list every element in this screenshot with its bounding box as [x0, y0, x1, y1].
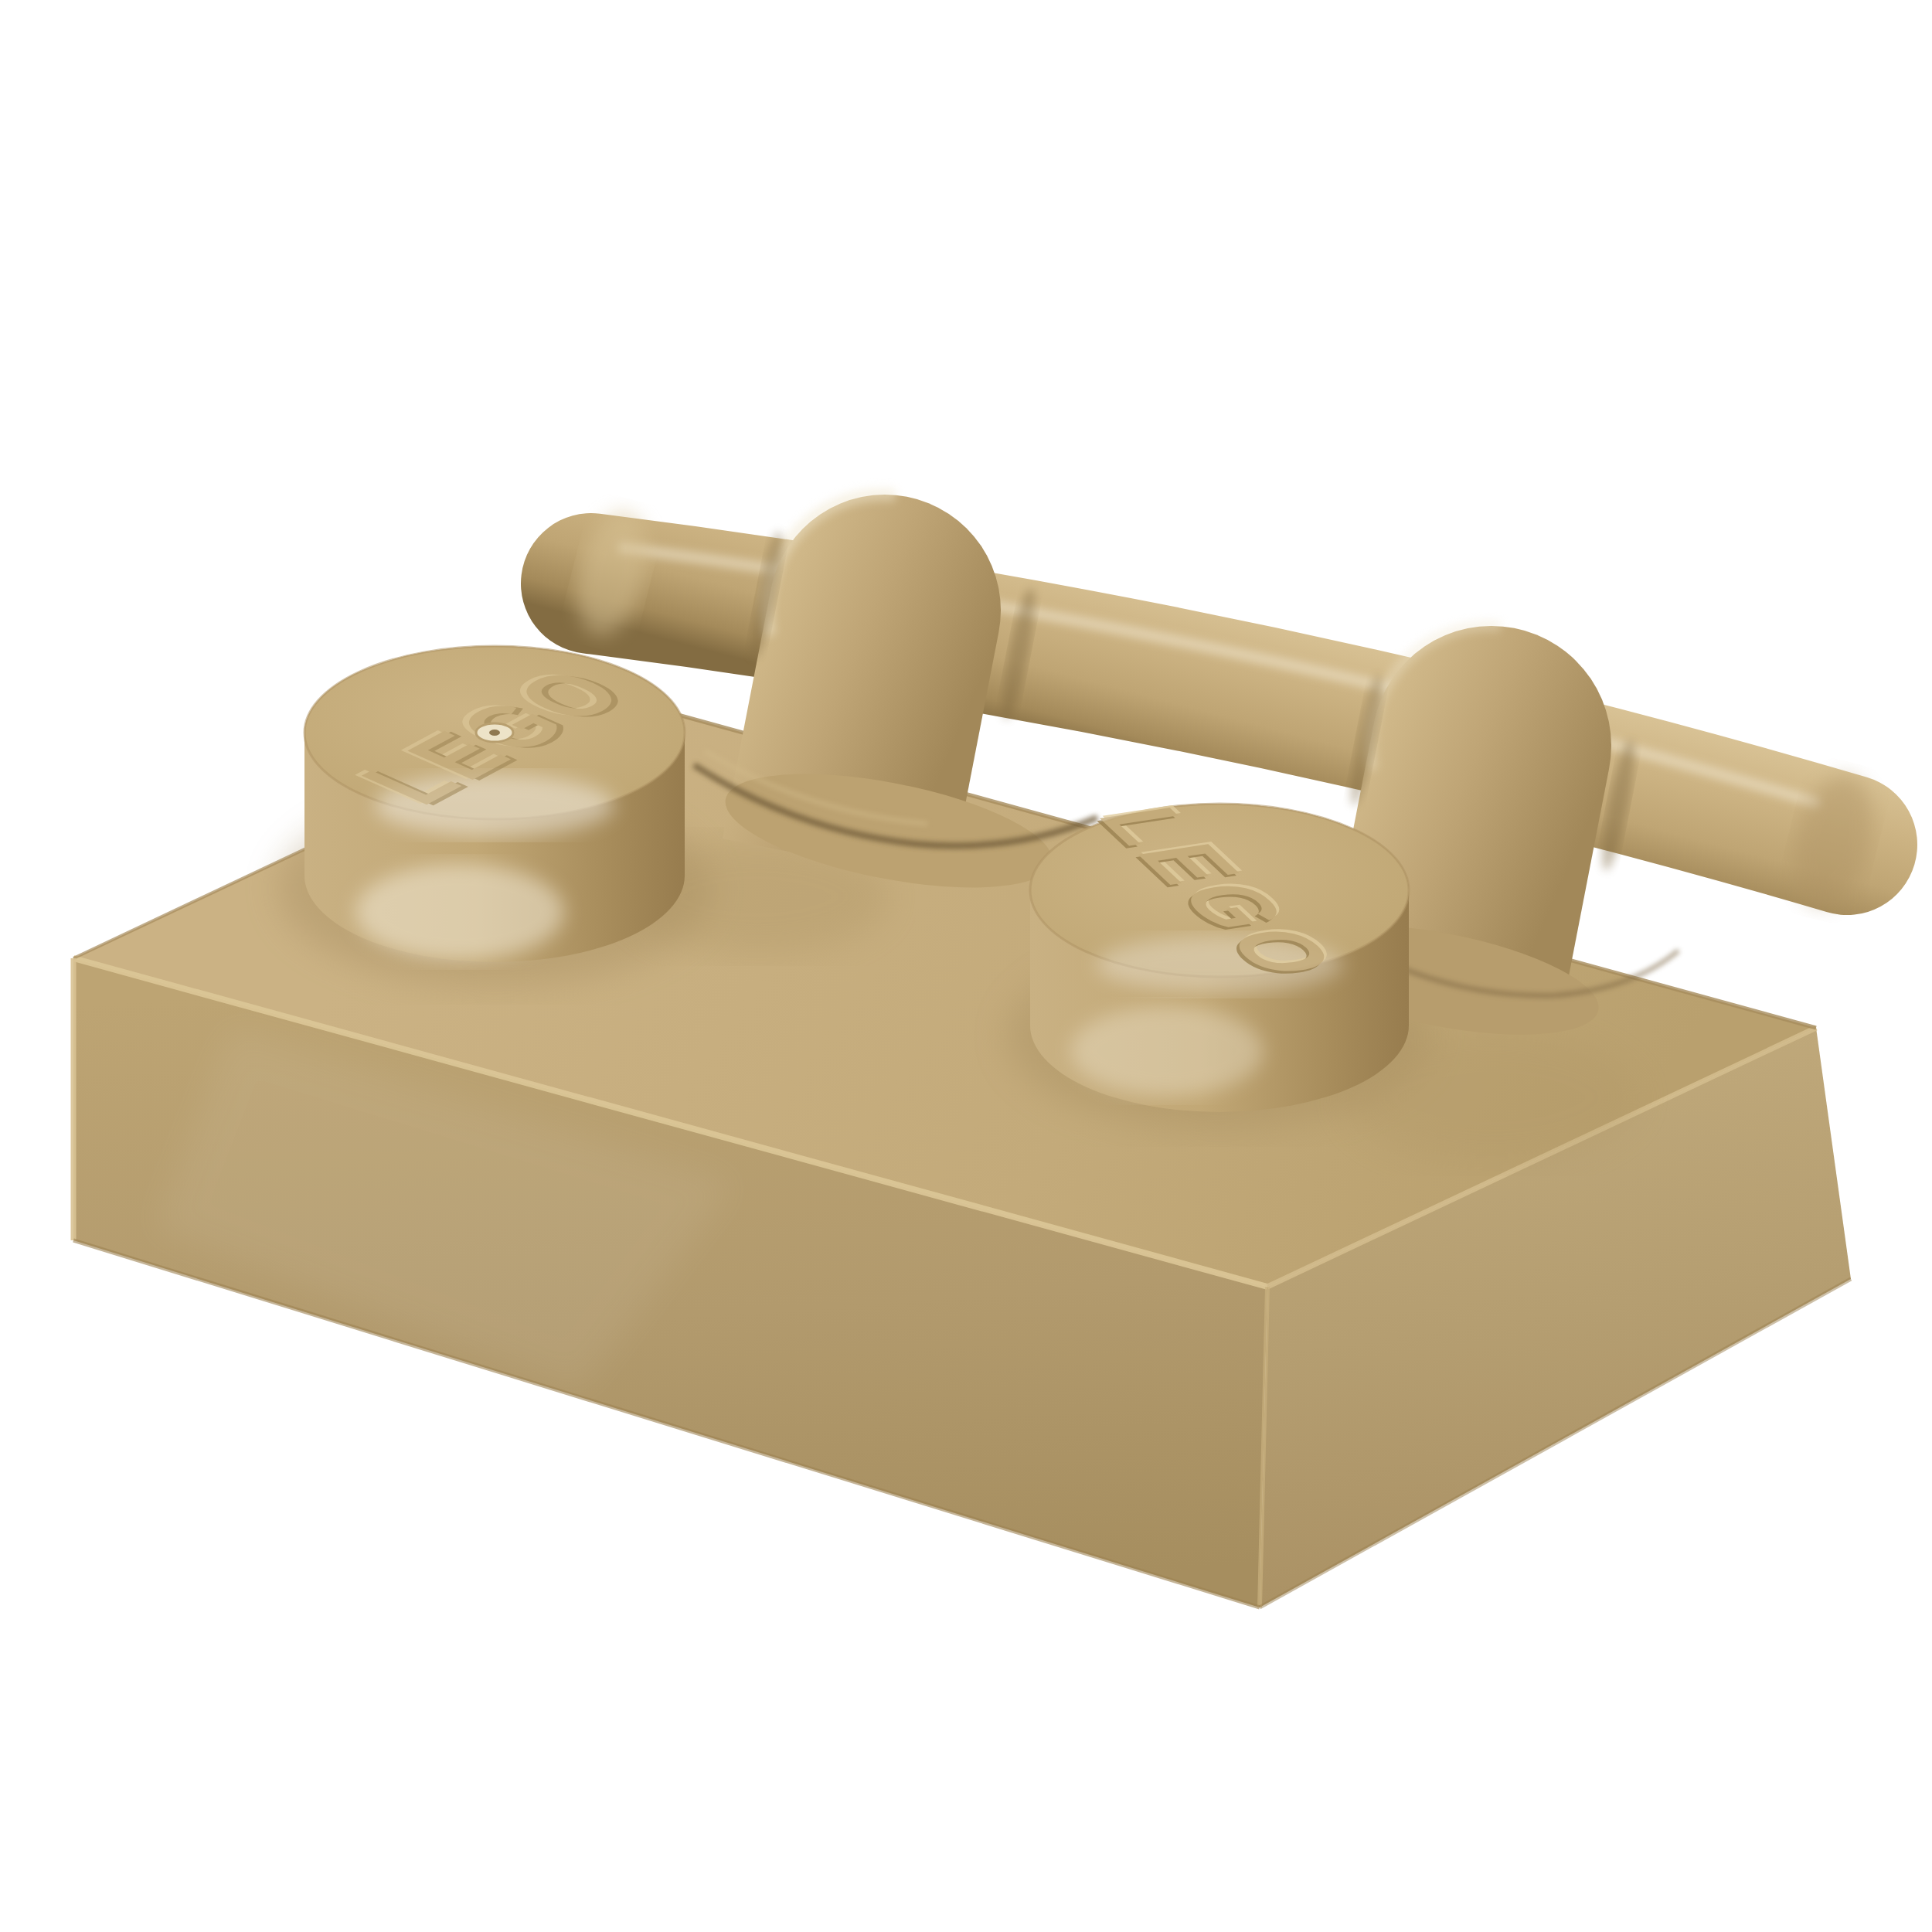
stud-right: LEGO LEGO LEGO — [1030, 798, 1409, 1112]
stud-left-side-glare — [355, 864, 564, 960]
stud-left: LEGO LEGO LEGO — [304, 646, 685, 962]
product-photo-stage: LEGO LEGO LEGO LEGO LEGO LEGO — [0, 0, 1932, 1932]
lego-piece-illustration: LEGO LEGO LEGO LEGO LEGO LEGO — [0, 0, 1932, 1932]
stud-right-side-glare — [1070, 1006, 1264, 1096]
stud-left-pin-hole — [489, 730, 500, 736]
